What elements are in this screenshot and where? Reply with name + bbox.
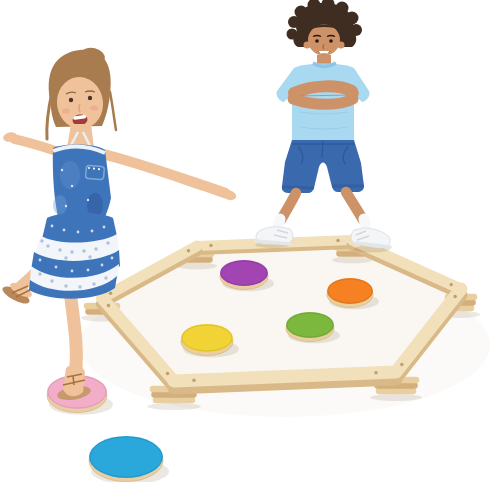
boy-crossed-arms [287,86,360,104]
girl-hair-strand-left [47,92,52,139]
boy-figure [255,0,390,253]
product-photo [0,0,500,482]
boy-ear-left [304,42,311,49]
boy-head [308,25,340,56]
boy-hair-side-left [298,31,308,41]
boy-right-sock [364,219,366,228]
girl-right-arm [103,154,225,193]
girl-hair-strand-right [110,92,116,130]
scene-canvas [0,0,500,482]
girl-dress-skirt [29,213,120,299]
boy-hair-side-right [340,31,350,41]
girl-standing-leg [70,290,76,370]
boy-shorts [282,140,364,193]
stepping-stone-blue [89,436,169,482]
boy-ear-right [338,42,345,49]
girl-left-arm [14,139,59,152]
boy-left-sneaker [256,227,293,244]
